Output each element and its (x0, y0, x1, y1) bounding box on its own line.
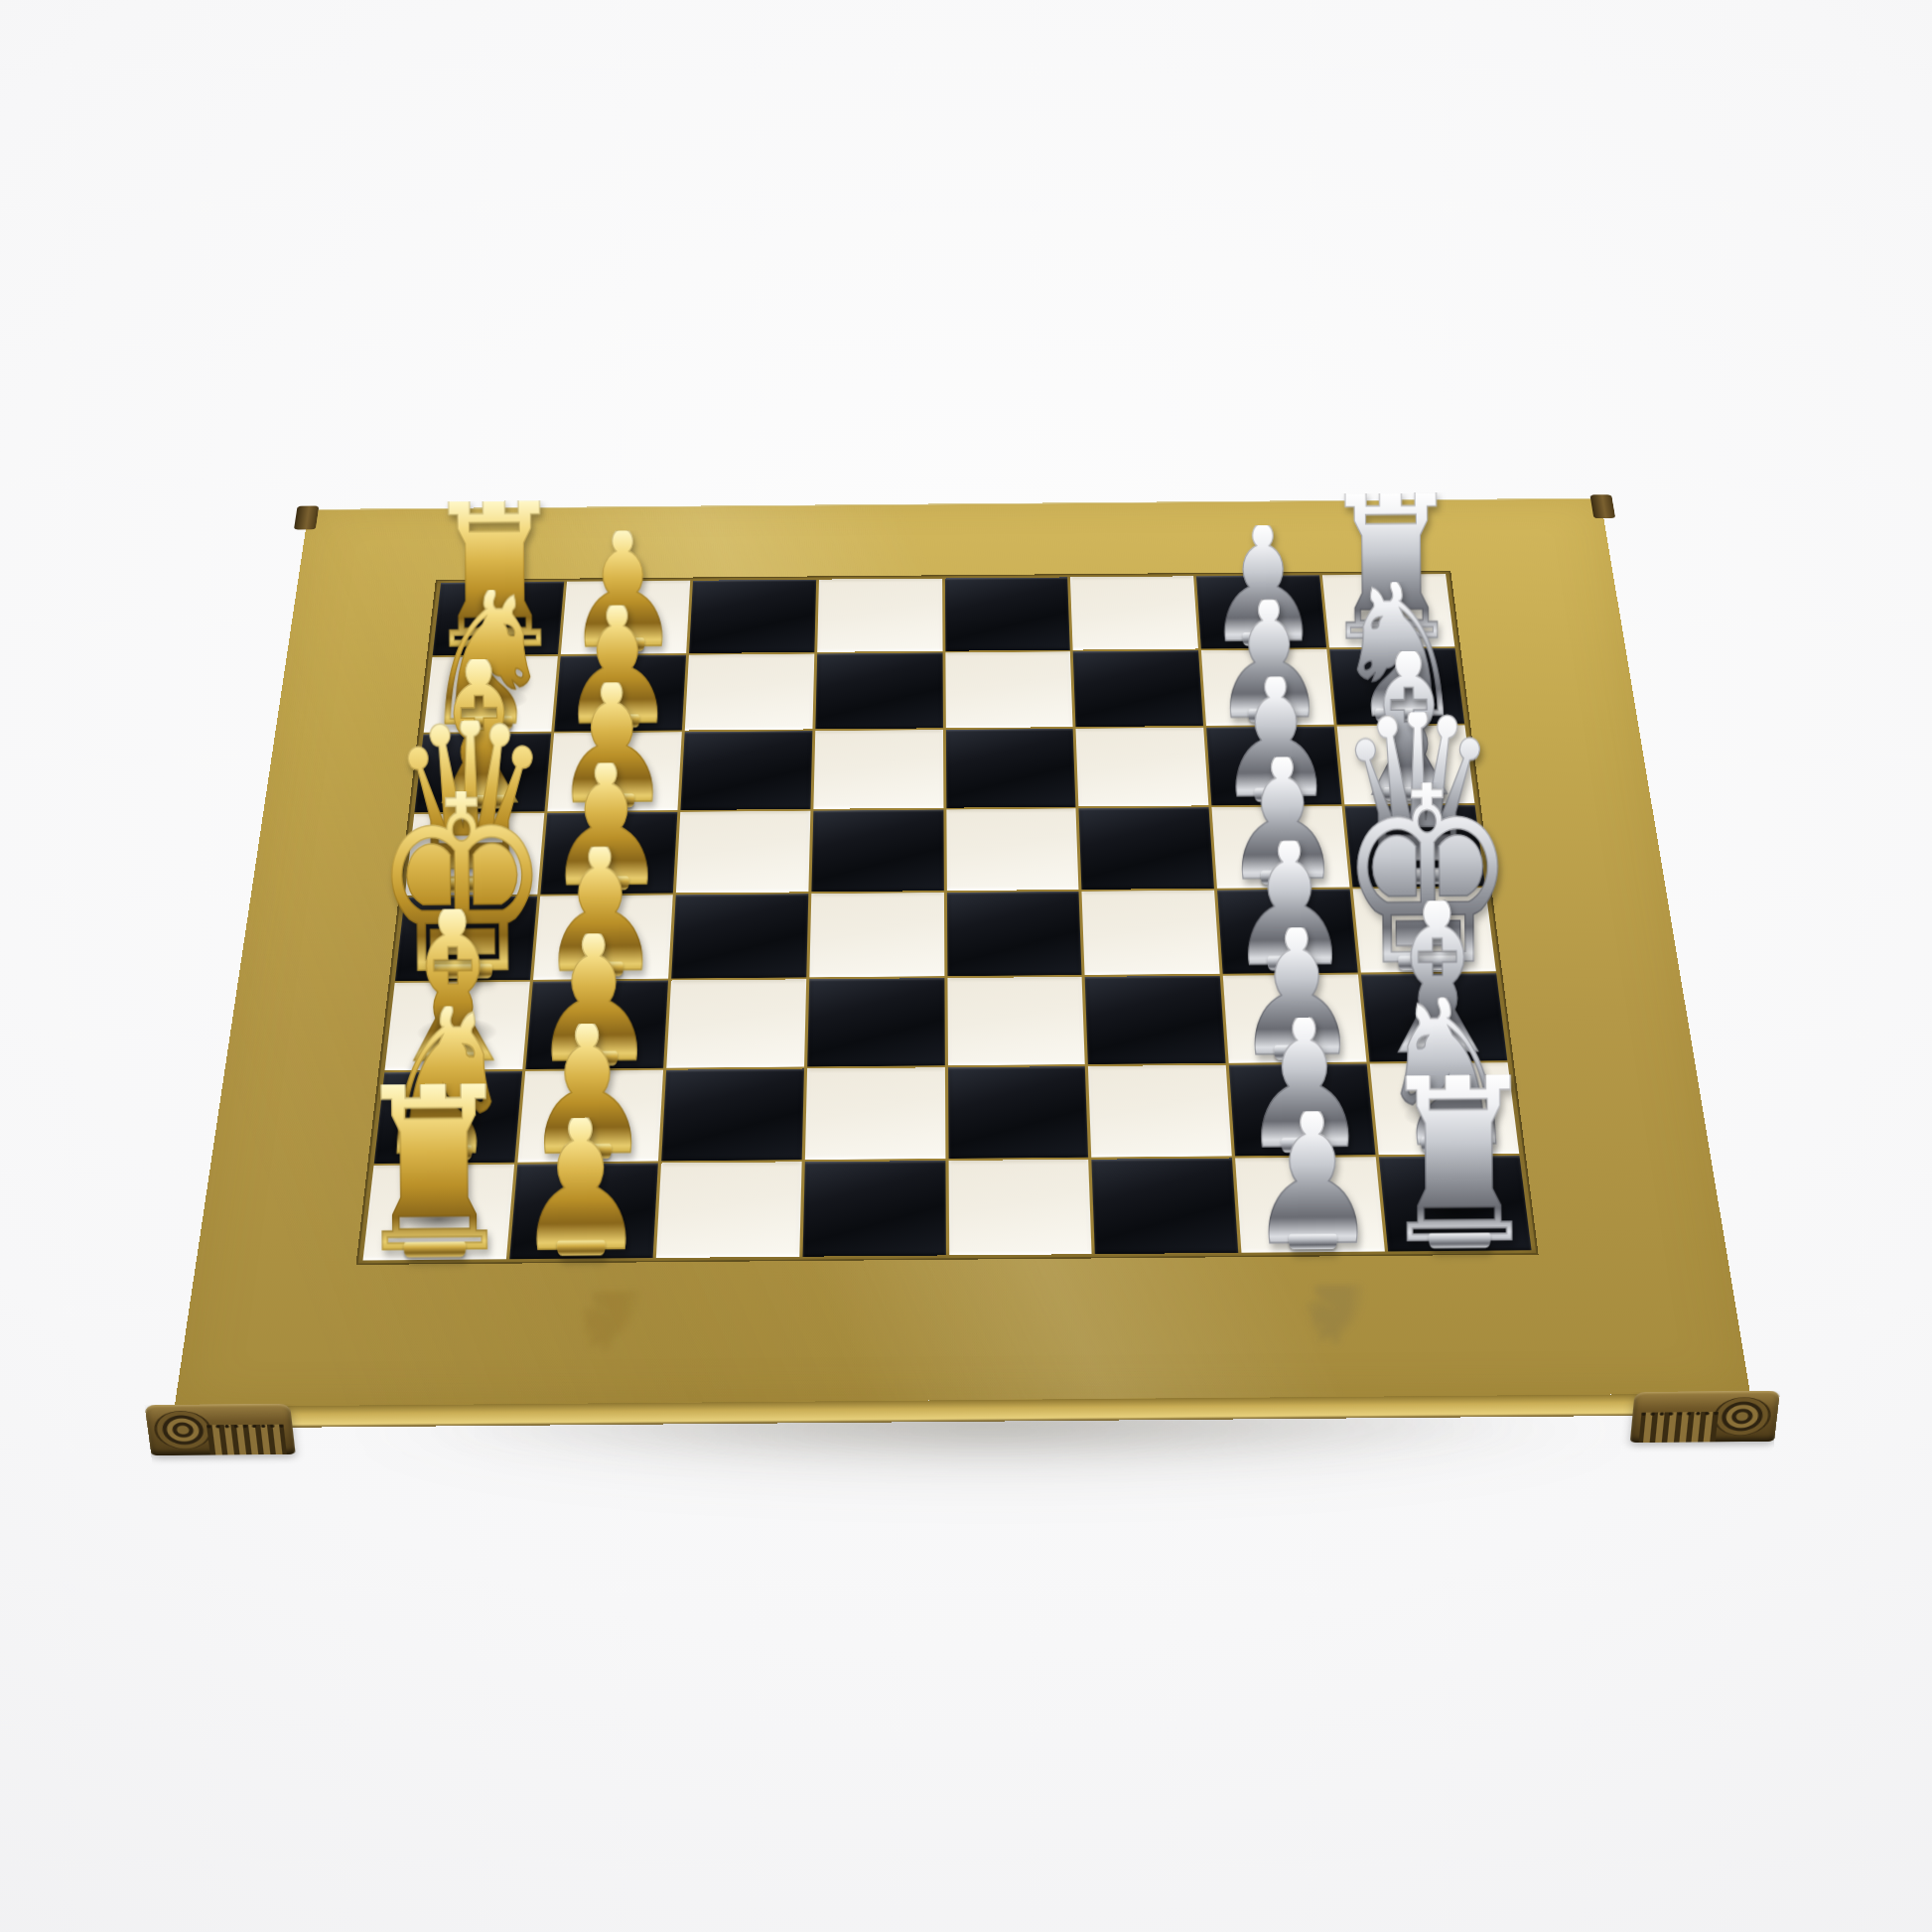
chess-set-scene: ♞ ♞ ♜♟♟♜♞♟♟♞♝♟♟♝♛♟♟♛♚♟♟♚♝♟♟♝♞♟♟♞♜♟♟♜ (242, 192, 1674, 1623)
silver-rook[interactable]: ♜ (1375, 1074, 1542, 1249)
square-d6[interactable] (1079, 807, 1214, 890)
silver-piece-glyph: ♜ (1375, 1074, 1542, 1247)
square-a5[interactable] (944, 577, 1070, 650)
square-b3[interactable] (685, 653, 814, 730)
square-c5[interactable] (945, 729, 1075, 808)
square-h1[interactable]: ♜ (362, 1165, 513, 1261)
square-f4[interactable] (807, 978, 945, 1066)
square-d5[interactable] (946, 808, 1079, 891)
front-left-foot-ionic-capital (144, 1404, 295, 1455)
square-h2[interactable]: ♟ (509, 1164, 658, 1260)
front-right-foot-ionic-capital (1630, 1391, 1780, 1443)
square-g5[interactable] (947, 1066, 1088, 1159)
square-a6[interactable] (1070, 576, 1198, 649)
square-g3[interactable] (661, 1069, 804, 1162)
silver-piece-reflection: ♞ (1289, 1273, 1383, 1356)
square-a3[interactable] (689, 580, 816, 653)
square-g6[interactable] (1088, 1065, 1232, 1158)
square-b6[interactable] (1073, 650, 1203, 727)
square-h5[interactable] (948, 1160, 1092, 1256)
gold-piece-glyph: ♜ (350, 1083, 517, 1256)
chessboard: ♜♟♟♜♞♟♟♞♝♟♟♝♛♟♟♛♚♟♟♚♝♟♟♝♞♟♟♞♜♟♟♜ (356, 571, 1539, 1265)
square-e4[interactable] (809, 893, 944, 978)
square-h6[interactable] (1092, 1159, 1239, 1255)
silver-piece-glyph: ♟ (1246, 1110, 1379, 1247)
gold-rook[interactable]: ♜ (350, 1083, 517, 1258)
square-b4[interactable] (815, 652, 943, 729)
square-f5[interactable] (947, 977, 1085, 1065)
square-d3[interactable] (676, 810, 810, 893)
square-c4[interactable] (813, 730, 943, 809)
square-e6[interactable] (1082, 890, 1220, 975)
square-h3[interactable] (656, 1162, 802, 1258)
square-h4[interactable] (802, 1161, 945, 1257)
square-e5[interactable] (946, 892, 1081, 977)
piece-base-disc (404, 1242, 466, 1258)
piece-base-disc (1289, 1234, 1336, 1250)
chess-set: ♞ ♞ ♜♟♟♜♞♟♟♞♝♟♟♝♛♟♟♛♚♟♟♚♝♟♟♝♞♟♟♞♜♟♟♜ (175, 498, 1750, 1408)
square-g4[interactable] (804, 1067, 944, 1160)
square-b5[interactable] (945, 651, 1073, 728)
gold-piece-glyph: ♟ (514, 1117, 647, 1254)
square-c6[interactable] (1076, 728, 1209, 807)
gold-piece-reflection: ♞ (563, 1279, 655, 1362)
square-a4[interactable] (817, 579, 942, 652)
gold-pawn[interactable]: ♟ (514, 1117, 647, 1256)
piece-base-disc (557, 1240, 605, 1256)
silver-pawn[interactable]: ♟ (1246, 1110, 1379, 1249)
square-c3[interactable] (680, 731, 812, 810)
square-e3[interactable] (671, 894, 808, 979)
square-d4[interactable] (811, 809, 943, 892)
rear-right-foot (1589, 494, 1615, 518)
piece-base-disc (1429, 1233, 1490, 1249)
square-h7[interactable]: ♟ (1235, 1157, 1385, 1253)
square-h8[interactable]: ♜ (1379, 1156, 1532, 1251)
square-f6[interactable] (1085, 976, 1226, 1064)
square-f3[interactable] (666, 980, 806, 1068)
photo-backdrop: ♞ ♞ ♜♟♟♜♞♟♟♞♝♟♟♝♛♟♟♛♚♟♟♚♝♟♟♝♞♟♟♞♜♟♟♜ (0, 0, 1932, 1932)
